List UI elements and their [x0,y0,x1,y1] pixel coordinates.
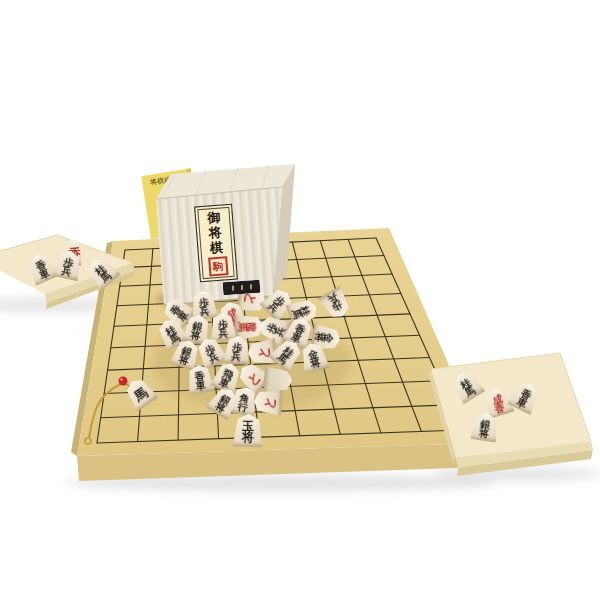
piece-kanji: 桂馬 [276,345,295,365]
piece-kanji: 歩兵 [265,322,285,338]
charm-bead [119,377,128,386]
piece-kanji: 金将 [307,349,321,369]
piece-kanji: 歩兵 [61,257,75,277]
piece-kanji: 成香 [492,393,505,414]
box-label-char: 棋 [209,239,223,255]
box-label-char: 将 [208,225,222,241]
piece-kanji: 金将 [315,332,334,344]
piece-kanji: と [245,368,263,388]
piece-kanji: 角行 [237,393,251,413]
piece-kanji: 歩兵 [326,292,344,313]
product-photo-stage: 将棋組 香車歩兵と歩兵桂馬歩兵成香桂馬銀将歩兵龍馬歩兵香車金将銀将歩兵歩兵と桂馬… [0,0,600,600]
piece-kanji: と [256,345,270,358]
piece-kanji: と [262,394,276,410]
piece-kanji: 銀将 [178,345,193,365]
scene-graphics: 将棋組 [0,0,600,600]
piece-kanji: 香車 [516,388,533,409]
piece-kanji: 桂馬 [164,324,182,345]
piece-kanji: 歩兵 [203,343,220,364]
piece-kanji: 玉将 [242,420,255,442]
komadai-right [428,353,593,476]
piece-kanji: 銀将 [479,419,491,438]
piece-kanji: 香車 [169,303,189,322]
piece-kanji: 銀将 [214,393,232,414]
box-label: 御 将 棋 駒 [194,204,238,283]
piece-kanji: 香車 [194,371,206,390]
box-seal-char: 駒 [212,261,223,272]
piece-kanji: 銀将 [190,321,204,341]
box-label-seal: 駒 [208,256,228,276]
piece-kanji: 歩兵 [217,319,228,338]
piece-kanji: 歩兵 [198,297,210,316]
piece-kanji: と [244,291,259,308]
piece-kanji: 馬 [132,385,150,403]
piece-kanji: 桂馬 [93,263,112,283]
piece-kanji: 歩兵 [231,342,243,361]
piece-kanji: 桂馬 [291,305,311,321]
piece-kanji: 桂馬 [459,377,477,398]
piece-kanji: 歩兵 [267,294,287,314]
piece-kanji: 香車 [34,259,50,280]
box-label-char: 御 [207,210,221,226]
piece-kanji: 龍馬 [238,322,257,333]
piece-kanji: 飛車 [218,368,234,388]
piece-kanji: 香車 [290,323,306,344]
box-maker-label [223,280,261,296]
